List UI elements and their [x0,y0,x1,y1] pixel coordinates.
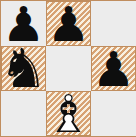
square-r1c2[interactable]: ♟ [91,46,136,91]
black-pawn: ♟ [47,1,90,46]
white-bishop: ♗ [47,92,90,135]
chessboard: ♟ ♟ ♞ ♟ ♝ ♗ [0,0,136,137]
square-r2c2[interactable] [91,91,136,136]
square-r2c1[interactable]: ♝ ♗ [46,91,91,136]
square-r1c1[interactable] [46,46,91,91]
black-pawn: ♟ [92,46,135,91]
square-r0c2[interactable] [91,1,136,46]
black-pawn: ♟ [2,1,45,46]
square-r2c0[interactable] [1,91,46,136]
square-r0c0[interactable]: ♟ [1,1,46,46]
square-r1c0[interactable]: ♞ [1,46,46,91]
black-knight: ♞ [1,46,46,91]
square-r0c1[interactable]: ♟ [46,1,91,46]
